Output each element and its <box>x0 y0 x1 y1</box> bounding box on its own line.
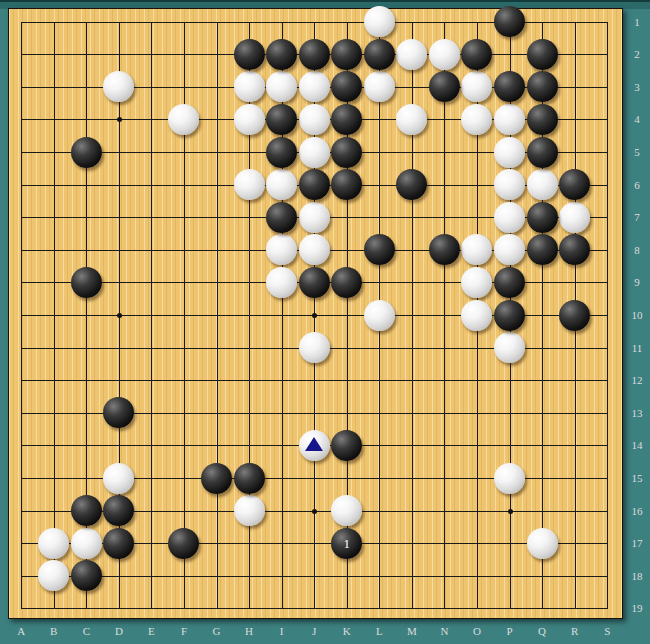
row-label: 4 <box>626 112 648 126</box>
star-point <box>312 509 317 514</box>
white-stone[interactable] <box>527 528 558 559</box>
white-stone[interactable] <box>396 39 427 70</box>
column-label: E <box>143 624 159 638</box>
white-stone[interactable] <box>364 71 395 102</box>
black-stone[interactable] <box>331 267 362 298</box>
black-stone[interactable] <box>429 234 460 265</box>
column-label: I <box>274 624 290 638</box>
row-label: 8 <box>626 243 648 257</box>
white-stone[interactable] <box>71 528 102 559</box>
white-stone[interactable] <box>299 332 330 363</box>
black-stone[interactable] <box>71 495 102 526</box>
black-stone[interactable] <box>331 39 362 70</box>
black-stone[interactable]: 1 <box>331 528 362 559</box>
black-stone[interactable] <box>396 169 427 200</box>
white-stone[interactable] <box>234 104 265 135</box>
star-point <box>312 313 317 318</box>
black-stone[interactable] <box>71 137 102 168</box>
black-stone[interactable] <box>266 39 297 70</box>
grid-line <box>21 608 608 609</box>
row-label: 6 <box>626 178 648 192</box>
column-label: G <box>209 624 225 638</box>
white-stone[interactable] <box>234 71 265 102</box>
white-stone[interactable] <box>494 137 525 168</box>
row-label: 17 <box>626 536 648 550</box>
black-stone[interactable] <box>527 202 558 233</box>
white-stone[interactable] <box>494 234 525 265</box>
grid-line <box>607 22 608 610</box>
black-stone[interactable] <box>331 137 362 168</box>
row-label: 3 <box>626 80 648 94</box>
white-stone[interactable] <box>38 528 69 559</box>
black-stone[interactable] <box>299 39 330 70</box>
star-point <box>117 117 122 122</box>
column-label: Q <box>534 624 550 638</box>
column-label: M <box>404 624 420 638</box>
white-stone[interactable] <box>299 71 330 102</box>
grid-line <box>444 22 445 610</box>
white-stone[interactable] <box>396 104 427 135</box>
black-stone[interactable] <box>331 71 362 102</box>
black-stone[interactable] <box>527 39 558 70</box>
black-stone[interactable] <box>494 6 525 37</box>
black-stone[interactable] <box>266 202 297 233</box>
white-stone[interactable] <box>103 463 134 494</box>
black-stone[interactable] <box>266 137 297 168</box>
row-label: 12 <box>626 373 648 387</box>
white-stone[interactable] <box>494 332 525 363</box>
row-label: 14 <box>626 438 648 452</box>
black-stone[interactable] <box>527 104 558 135</box>
white-stone[interactable] <box>429 39 460 70</box>
column-label: A <box>13 624 29 638</box>
black-stone[interactable] <box>364 234 395 265</box>
black-stone[interactable] <box>559 300 590 331</box>
white-stone[interactable] <box>364 300 395 331</box>
white-stone[interactable] <box>331 495 362 526</box>
column-label: H <box>241 624 257 638</box>
white-stone[interactable] <box>527 169 558 200</box>
black-stone[interactable] <box>168 528 199 559</box>
row-label: 19 <box>626 601 648 615</box>
black-stone[interactable] <box>331 430 362 461</box>
row-label: 9 <box>626 275 648 289</box>
white-stone[interactable] <box>299 430 330 461</box>
row-label: 7 <box>626 210 648 224</box>
black-stone[interactable] <box>234 463 265 494</box>
white-stone[interactable] <box>234 495 265 526</box>
white-stone[interactable] <box>299 234 330 265</box>
white-stone[interactable] <box>559 202 590 233</box>
black-stone[interactable] <box>559 234 590 265</box>
white-stone[interactable] <box>299 202 330 233</box>
black-stone[interactable] <box>527 234 558 265</box>
black-stone[interactable] <box>494 300 525 331</box>
row-label: 2 <box>626 47 648 61</box>
black-stone[interactable] <box>331 169 362 200</box>
white-stone[interactable] <box>461 267 492 298</box>
row-label: 1 <box>626 15 648 29</box>
white-stone[interactable] <box>461 71 492 102</box>
column-label: D <box>111 624 127 638</box>
row-label: 5 <box>626 145 648 159</box>
column-label: B <box>46 624 62 638</box>
white-stone[interactable] <box>494 202 525 233</box>
white-stone[interactable] <box>364 6 395 37</box>
row-label: 13 <box>626 406 648 420</box>
triangle-marker <box>305 437 323 451</box>
black-stone[interactable] <box>299 267 330 298</box>
row-label: 16 <box>626 504 648 518</box>
black-stone[interactable] <box>364 39 395 70</box>
black-stone[interactable] <box>201 463 232 494</box>
white-stone[interactable] <box>494 463 525 494</box>
column-label: O <box>469 624 485 638</box>
white-stone[interactable] <box>494 169 525 200</box>
black-stone[interactable] <box>527 137 558 168</box>
black-stone[interactable] <box>559 169 590 200</box>
column-label: R <box>567 624 583 638</box>
white-stone[interactable] <box>299 137 330 168</box>
white-stone[interactable] <box>299 104 330 135</box>
black-stone[interactable] <box>234 39 265 70</box>
star-point <box>508 509 513 514</box>
black-stone[interactable] <box>527 71 558 102</box>
white-stone[interactable] <box>461 234 492 265</box>
white-stone[interactable] <box>494 104 525 135</box>
white-stone[interactable] <box>266 71 297 102</box>
black-stone[interactable] <box>299 169 330 200</box>
column-label: L <box>371 624 387 638</box>
go-game-window: 1 ABCDEFGHIJKLMNOPQRS1234567891011121314… <box>0 0 650 644</box>
black-stone[interactable] <box>71 560 102 591</box>
black-stone[interactable] <box>71 267 102 298</box>
white-stone[interactable] <box>461 300 492 331</box>
column-label: K <box>339 624 355 638</box>
white-stone[interactable] <box>38 560 69 591</box>
move-number-label: 1 <box>344 537 351 550</box>
black-stone[interactable] <box>331 104 362 135</box>
column-label: N <box>436 624 452 638</box>
black-stone[interactable] <box>103 495 134 526</box>
grid-line <box>21 380 608 381</box>
black-stone[interactable] <box>494 71 525 102</box>
row-label: 15 <box>626 471 648 485</box>
row-label: 18 <box>626 569 648 583</box>
white-stone[interactable] <box>266 169 297 200</box>
column-label: P <box>502 624 518 638</box>
black-stone[interactable] <box>103 397 134 428</box>
black-stone[interactable] <box>461 39 492 70</box>
row-label: 11 <box>626 341 648 355</box>
row-label: 10 <box>626 308 648 322</box>
black-stone[interactable] <box>266 104 297 135</box>
column-label: C <box>78 624 94 638</box>
white-stone[interactable] <box>461 104 492 135</box>
white-stone[interactable] <box>234 169 265 200</box>
black-stone[interactable] <box>494 267 525 298</box>
white-stone[interactable] <box>266 267 297 298</box>
white-stone[interactable] <box>103 71 134 102</box>
go-board[interactable]: 1 <box>8 8 623 619</box>
grid-line <box>21 576 608 577</box>
column-label: J <box>306 624 322 638</box>
black-stone[interactable] <box>429 71 460 102</box>
star-point <box>117 313 122 318</box>
column-label: S <box>599 624 615 638</box>
black-stone[interactable] <box>103 528 134 559</box>
white-stone[interactable] <box>266 234 297 265</box>
white-stone[interactable] <box>168 104 199 135</box>
column-label: F <box>176 624 192 638</box>
